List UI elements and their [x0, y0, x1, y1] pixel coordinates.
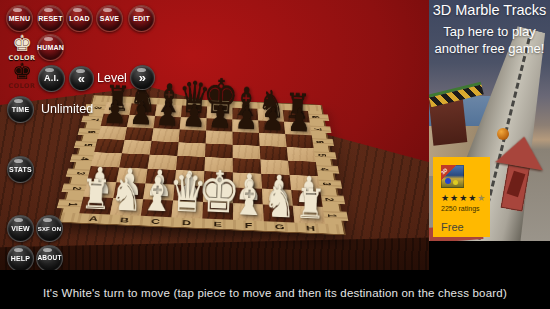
square-d5[interactable]	[177, 142, 205, 157]
square-e7[interactable]: ♟	[206, 118, 232, 131]
black-pawn[interactable]: ♟	[102, 96, 127, 129]
level-decrease-button[interactable]: «	[69, 66, 94, 91]
star-filled-icon: ★	[441, 193, 450, 203]
star-filled-icon: ★	[468, 193, 477, 203]
file-label-h: H	[295, 223, 327, 234]
chess-board[interactable]: 8♜♞♝♛♚♝♞♜87♟♟♟♟♟♟♟♟7665544332♟♟♟♟♟♟♟♟21♜…	[60, 96, 344, 235]
file-label-g: G	[264, 221, 296, 232]
square-a7[interactable]: ♟	[101, 114, 130, 127]
ad-ratings-card[interactable]: 3D ★★★★★ 2250 ratings Free	[433, 157, 490, 237]
ad-arrow-head	[495, 132, 547, 170]
square-b1[interactable]: ♞	[110, 198, 143, 216]
ratings-count: 2250 ratings	[441, 205, 490, 212]
star-filled-icon: ★	[459, 193, 468, 203]
menu-button[interactable]: MENU	[6, 5, 33, 32]
square-h6[interactable]	[285, 134, 313, 148]
help-button[interactable]: HELP	[7, 245, 34, 272]
advert-3d-marble-tracks[interactable]: 3D Marble Tracks Tap here to play anothe…	[429, 0, 550, 241]
file-label-a: A	[77, 213, 110, 224]
star-rating: ★★★★★	[441, 194, 490, 203]
square-c1[interactable]: ♝	[141, 199, 173, 217]
square-d7[interactable]: ♟	[180, 117, 207, 130]
black-pawn[interactable]: ♟	[286, 104, 311, 137]
square-f6[interactable]	[233, 132, 260, 146]
black-pawn[interactable]: ♟	[181, 99, 206, 132]
ai-button[interactable]: A.I.	[38, 65, 65, 92]
square-e6[interactable]	[206, 131, 233, 145]
black-pawn[interactable]: ♟	[129, 97, 154, 130]
level-increase-button[interactable]: »	[130, 65, 155, 90]
file-label-c: C	[139, 216, 171, 227]
square-a5[interactable]	[94, 139, 124, 154]
ad-subtitle: Tap here to play another free game!	[433, 23, 546, 57]
about-button[interactable]: ABOUT	[36, 245, 63, 272]
square-h5[interactable]	[287, 147, 316, 162]
square-d6[interactable]	[179, 129, 207, 143]
save-button[interactable]: SAVE	[96, 5, 123, 32]
board-frame	[325, 224, 343, 234]
black-pawn[interactable]: ♟	[234, 101, 259, 134]
square-c7[interactable]: ♟	[153, 116, 181, 129]
square-h1[interactable]: ♜	[293, 206, 326, 224]
time-button[interactable]: TIME	[7, 96, 34, 123]
square-e5[interactable]	[205, 143, 233, 158]
black-color-indicator[interactable]: ♚ COLOR	[7, 61, 37, 90]
square-g6[interactable]	[259, 133, 287, 147]
white-knight[interactable]: ♞	[262, 178, 297, 224]
load-button[interactable]: LOAD	[66, 5, 93, 32]
edit-button[interactable]: EDIT	[128, 5, 155, 32]
white-knight[interactable]: ♞	[109, 171, 144, 217]
stats-button[interactable]: STATS	[7, 156, 34, 183]
time-value-label: Unlimited	[41, 102, 93, 116]
black-pawn[interactable]: ♟	[155, 98, 180, 131]
square-g7[interactable]: ♟	[258, 121, 285, 134]
file-label-e: E	[202, 219, 233, 230]
white-color-indicator[interactable]: ♚ COLOR	[7, 33, 37, 62]
white-rook[interactable]: ♜	[295, 183, 327, 225]
square-f7[interactable]: ♟	[232, 119, 258, 132]
white-rook[interactable]: ♜	[80, 174, 112, 216]
square-b7[interactable]: ♟	[127, 115, 155, 128]
square-h7[interactable]: ♟	[284, 122, 312, 136]
ad-app-icon-ribbon: 3D	[441, 165, 464, 188]
status-bar: It's White's turn to move (tap piece to …	[0, 270, 550, 309]
square-g1[interactable]: ♞	[263, 204, 295, 222]
status-message: It's White's turn to move (tap piece to …	[43, 287, 507, 299]
chess-app-window: 8♜♞♝♛♚♝♞♜87♟♟♟♟♟♟♟♟7665544332♟♟♟♟♟♟♟♟21♜…	[0, 0, 550, 309]
sound-fx-toggle-button[interactable]: SXF ON	[36, 215, 63, 242]
ad-title: 3D Marble Tracks	[429, 2, 550, 18]
star-filled-icon: ★	[450, 193, 459, 203]
square-g5[interactable]	[260, 146, 288, 161]
square-d1[interactable]: ♛	[172, 201, 203, 219]
square-b5[interactable]	[122, 140, 152, 155]
star-empty-icon: ★	[477, 193, 486, 203]
white-bishop[interactable]: ♝	[139, 171, 175, 219]
black-pawn[interactable]: ♟	[208, 100, 233, 133]
reset-button[interactable]: RESET	[37, 5, 64, 32]
square-f5[interactable]	[233, 145, 261, 160]
square-a1[interactable]: ♜	[79, 197, 113, 215]
price-label: Free	[441, 221, 490, 233]
file-label-f: F	[233, 220, 264, 231]
square-f1[interactable]: ♝	[233, 203, 264, 221]
white-king-icon: ♚	[7, 33, 37, 55]
square-b6[interactable]	[125, 127, 154, 141]
file-label-b: B	[108, 214, 141, 225]
human-button[interactable]: HUMAN	[37, 34, 64, 61]
square-e1[interactable]: ♚	[202, 202, 233, 220]
file-label-d: D	[171, 217, 203, 228]
black-king-icon: ♚	[7, 61, 37, 83]
square-c6[interactable]	[152, 128, 180, 142]
view-button[interactable]: VIEW	[7, 215, 34, 242]
black-pawn[interactable]: ♟	[260, 102, 285, 135]
square-c5[interactable]	[150, 141, 179, 156]
black-color-label: COLOR	[7, 83, 37, 90]
ad-app-icon: 3D	[441, 165, 464, 188]
